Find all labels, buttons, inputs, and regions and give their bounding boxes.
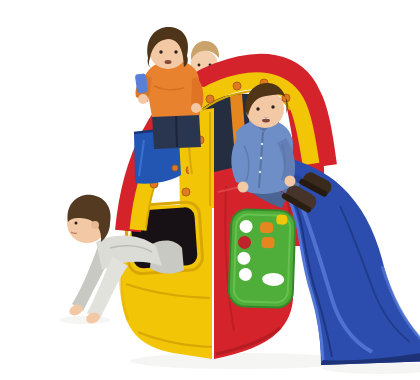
slide-boy-button: [261, 143, 263, 145]
slide-boy-button: [260, 157, 262, 159]
slide-boy-button: [259, 171, 261, 173]
slide-boy-eye: [271, 105, 274, 108]
slide-boy-eye: [256, 107, 259, 110]
climbing-wall-panel: [228, 209, 295, 308]
slide-boy-hand: [238, 182, 249, 193]
panel-hold: [261, 237, 274, 248]
ground-shadow-crawler: [59, 316, 111, 324]
crawler-ear: [91, 221, 99, 229]
scene-svg: [40, 16, 420, 380]
product-photo: [40, 16, 420, 380]
ground-shadow-structure: [130, 353, 350, 369]
top-boy-pants-crease: [176, 116, 177, 147]
panel-hold: [260, 222, 273, 233]
top-boy-eye: [159, 50, 162, 53]
rivet: [172, 165, 178, 171]
panel-hold: [276, 214, 287, 224]
crawler-eye: [75, 222, 78, 225]
top-boy-hand: [191, 103, 201, 113]
slide-boy-hand: [285, 176, 296, 187]
top-boy-hand: [138, 94, 148, 104]
top-boy-mouth: [165, 60, 172, 64]
rivet: [206, 95, 214, 103]
rivet: [182, 188, 190, 196]
rivet: [233, 82, 241, 90]
baby-eye: [198, 64, 201, 67]
top-boy-eye: [174, 50, 177, 53]
